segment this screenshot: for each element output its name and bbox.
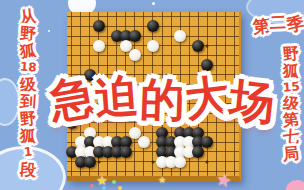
board-intersection (121, 157, 130, 167)
board-intersection (130, 166, 139, 176)
board-intersection (203, 12, 212, 22)
board-intersection (212, 157, 221, 167)
board-intersection (139, 12, 148, 22)
board-intersection (176, 51, 185, 61)
confetti-dot (118, 186, 122, 190)
board-intersection (67, 22, 76, 32)
board-intersection (130, 128, 139, 138)
board-intersection (148, 51, 157, 61)
white-stone (147, 40, 159, 52)
confetti-dot (102, 186, 106, 190)
board-intersection (185, 12, 194, 22)
hoshi-point (151, 160, 154, 163)
board-intersection (194, 41, 203, 51)
board-intersection (167, 22, 176, 32)
board-intersection (67, 128, 76, 138)
board-intersection (221, 12, 230, 22)
board-intersection (167, 166, 176, 176)
board-intersection (139, 147, 148, 157)
season-label: 第 二 季 (252, 10, 304, 39)
board-intersection (121, 147, 130, 157)
board-intersection (221, 31, 230, 41)
board-intersection (67, 12, 76, 22)
board-intersection (130, 157, 139, 167)
white-stone (174, 30, 186, 42)
black-stone (84, 156, 96, 168)
board-intersection (212, 51, 221, 61)
board-intersection (230, 157, 239, 167)
episode-char: 局 (282, 145, 299, 163)
board-intersection (203, 22, 212, 32)
board-intersection (230, 41, 239, 51)
board-intersection (76, 12, 85, 22)
sparkle-dot (152, 2, 155, 5)
board-intersection (148, 41, 157, 51)
board-intersection (76, 41, 85, 51)
slogan-char: 狐 (19, 126, 36, 144)
slogan-char: 狐 (19, 41, 36, 59)
hoshi-point (97, 160, 100, 163)
board-intersection (194, 147, 203, 157)
board-intersection (158, 31, 167, 41)
board-intersection (176, 157, 185, 167)
board-intersection (194, 12, 203, 22)
slogan-char: 1 (23, 144, 33, 162)
hoshi-point (206, 44, 209, 47)
board-intersection (230, 22, 239, 32)
board-intersection (139, 137, 148, 147)
board-intersection (76, 31, 85, 41)
board-intersection (203, 60, 212, 70)
board-intersection (167, 60, 176, 70)
pink-cloud-shape (286, 180, 304, 190)
board-intersection (103, 12, 112, 22)
board-intersection (230, 31, 239, 41)
board-intersection (221, 51, 230, 61)
board-intersection (212, 41, 221, 51)
board-intersection (85, 51, 94, 61)
board-intersection (76, 51, 85, 61)
board-intersection (221, 41, 230, 51)
board-intersection (112, 51, 121, 61)
board-intersection (158, 51, 167, 61)
board-intersection (176, 41, 185, 51)
board-intersection (221, 128, 230, 138)
board-intersection (148, 166, 157, 176)
yellow-star-icon: ★ (158, 176, 166, 185)
board-intersection (212, 12, 221, 22)
board-intersection (76, 60, 85, 70)
black-stone (147, 20, 159, 32)
title-char: 急 (46, 72, 98, 124)
main-title: 急 迫 的 大 场 (50, 76, 260, 121)
board-intersection (139, 157, 148, 167)
board-intersection (112, 60, 121, 70)
board-intersection (130, 51, 139, 61)
board-intersection (94, 22, 103, 32)
board-intersection (148, 22, 157, 32)
black-stone (129, 30, 141, 42)
episode-char: 狐 (282, 62, 299, 80)
board-intersection (230, 60, 239, 70)
season-char: 季 (285, 11, 304, 37)
board-intersection (203, 166, 212, 176)
board-intersection (85, 31, 94, 41)
left-slogan: 从 野 狐 18 级 到 野 狐 1 段 (14, 8, 42, 178)
board-intersection (212, 22, 221, 32)
board-intersection (176, 166, 185, 176)
board-intersection (212, 31, 221, 41)
white-stone (93, 40, 105, 52)
title-char: 场 (227, 77, 276, 126)
board-intersection (103, 60, 112, 70)
board-intersection (185, 22, 194, 32)
board-intersection (76, 22, 85, 32)
board-intersection (103, 51, 112, 61)
board-intersection (221, 22, 230, 32)
board-intersection (212, 128, 221, 138)
board-intersection (230, 137, 239, 147)
board-intersection (130, 12, 139, 22)
yellow-star-icon: ★ (96, 174, 108, 187)
board-intersection (203, 31, 212, 41)
black-stone (93, 20, 105, 32)
board-intersection (94, 60, 103, 70)
board-intersection (121, 12, 130, 22)
board-intersection (85, 166, 94, 176)
board-intersection (85, 157, 94, 167)
board-intersection (167, 51, 176, 61)
board-intersection (121, 41, 130, 51)
board-intersection (230, 128, 239, 138)
board-intersection (67, 31, 76, 41)
episode-label: 野 狐 15 级 第 七 局 (278, 46, 304, 162)
board-intersection (194, 157, 203, 167)
title-char: 大 (182, 72, 232, 122)
title-char: 迫 (93, 72, 141, 120)
board-intersection (203, 137, 212, 147)
board-intersection (176, 31, 185, 41)
board-intersection (103, 157, 112, 167)
board-intersection (121, 166, 130, 176)
board-intersection (194, 166, 203, 176)
board-intersection (194, 22, 203, 32)
sparkle-dot (48, 30, 50, 32)
board-intersection (158, 60, 167, 70)
board-intersection (167, 41, 176, 51)
pink-star-icon: ★ (214, 170, 233, 190)
hoshi-point (206, 160, 209, 163)
board-intersection (176, 12, 185, 22)
board-intersection (221, 147, 230, 157)
board-intersection (94, 51, 103, 61)
board-intersection (94, 41, 103, 51)
board-intersection (67, 51, 76, 61)
white-stone (129, 49, 141, 61)
board-intersection (230, 51, 239, 61)
board-intersection (212, 147, 221, 157)
board-intersection (221, 157, 230, 167)
board-intersection (176, 60, 185, 70)
confetti-dot (90, 184, 94, 188)
board-intersection (112, 166, 121, 176)
video-thumbnail[interactable]: 从 野 狐 18 级 到 野 狐 1 段 第 二 季 野 狐 15 级 第 七 … (0, 0, 304, 190)
board-intersection (221, 137, 230, 147)
board-intersection (130, 31, 139, 41)
board-intersection (203, 157, 212, 167)
board-intersection (67, 60, 76, 70)
black-stone (120, 146, 132, 158)
board-intersection (230, 12, 239, 22)
board-intersection (185, 51, 194, 61)
board-intersection (185, 166, 194, 176)
board-intersection (185, 60, 194, 70)
white-stone (138, 136, 150, 148)
black-stone (201, 136, 213, 148)
board-intersection (148, 60, 157, 70)
board-intersection (76, 166, 85, 176)
board-intersection (158, 12, 167, 22)
slogan-char: 段 (19, 160, 36, 178)
board-intersection (139, 60, 148, 70)
board-intersection (85, 12, 94, 22)
board-intersection (112, 12, 121, 22)
board-intersection (139, 166, 148, 176)
board-intersection (112, 157, 121, 167)
white-stone (174, 156, 186, 168)
board-intersection (194, 51, 203, 61)
black-stone (192, 146, 204, 158)
board-intersection (67, 41, 76, 51)
board-intersection (230, 147, 239, 157)
board-intersection (167, 12, 176, 22)
confetti-dot (112, 180, 116, 184)
board-intersection (67, 166, 76, 176)
black-stone (192, 40, 204, 52)
title-char: 的 (139, 76, 186, 123)
